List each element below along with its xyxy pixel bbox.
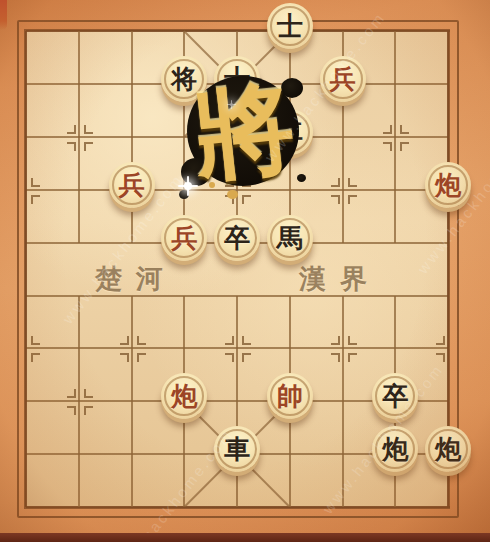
piece-glyph: 車: [214, 426, 260, 472]
piece-glyph: 炮: [161, 373, 207, 419]
piece-black-chariot-2[interactable]: 車: [214, 426, 260, 472]
piece-black-soldier-1[interactable]: 卒: [214, 215, 260, 261]
piece-glyph: 卒: [214, 215, 260, 261]
sparkle-effect-small: [227, 100, 236, 109]
piece-glyph: 兵: [109, 162, 155, 208]
piece-red-cannon-1[interactable]: 炮: [425, 162, 471, 208]
corner-ui-sliver: [0, 0, 7, 30]
piece-red-soldier-1[interactable]: 兵: [320, 56, 366, 102]
piece-black-cannon-2[interactable]: 炮: [425, 426, 471, 472]
sparkle-effect: [178, 176, 198, 196]
bottom-ui-strip: [0, 533, 490, 542]
piece-glyph: 炮: [425, 162, 471, 208]
piece-black-soldier-2[interactable]: 卒: [372, 373, 418, 419]
piece-glyph: 兵: [320, 56, 366, 102]
check-banner-text: 將: [189, 76, 299, 186]
river-label-hanjie: 漢界: [299, 261, 381, 297]
piece-red-cannon-2[interactable]: 炮: [161, 373, 207, 419]
xiangqi-game-screen: 楚河 漢界 士将士兵車兵炮兵卒馬炮帥卒車炮炮 將 www.hackhome.co…: [0, 0, 490, 542]
piece-glyph: 士: [267, 3, 313, 49]
piece-glyph: 帥: [267, 373, 313, 419]
check-banner: 將: [185, 74, 303, 192]
piece-glyph: 兵: [161, 215, 207, 261]
piece-red-general[interactable]: 帥: [267, 373, 313, 419]
piece-black-cannon-1[interactable]: 炮: [372, 426, 418, 472]
piece-black-horse[interactable]: 馬: [267, 215, 313, 261]
piece-red-soldier-2[interactable]: 兵: [109, 162, 155, 208]
piece-black-advisor-1[interactable]: 士: [267, 3, 313, 49]
piece-glyph: 馬: [267, 215, 313, 261]
piece-red-soldier-3[interactable]: 兵: [161, 215, 207, 261]
river-label-chuhe: 楚河: [95, 261, 177, 297]
piece-glyph: 炮: [372, 426, 418, 472]
piece-glyph: 炮: [425, 426, 471, 472]
piece-glyph: 卒: [372, 373, 418, 419]
